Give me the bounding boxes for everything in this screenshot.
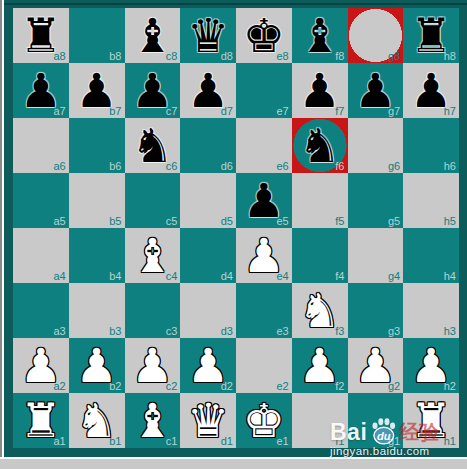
square-h8[interactable]: ♜h8 [403,8,459,63]
square-d4[interactable]: d4 [180,228,236,283]
square-a3[interactable]: a3 [13,283,69,338]
piece-black-knight[interactable]: ♞ [125,118,181,173]
piece-white-rook[interactable]: ♜ [13,393,69,448]
square-a6[interactable]: a6 [13,118,69,173]
piece-black-pawn[interactable]: ♟ [292,63,348,118]
square-a7[interactable]: ♟a7 [13,63,69,118]
square-label: g4 [388,269,400,283]
square-label: g3 [388,324,400,338]
square-f7[interactable]: ♟f7 [292,63,348,118]
square-e3[interactable]: e3 [236,283,292,338]
square-b6[interactable]: b6 [69,118,125,173]
piece-black-pawn[interactable]: ♟ [13,63,69,118]
square-a2[interactable]: ♟a2 [13,338,69,393]
square-e6[interactable]: e6 [236,118,292,173]
square-d7[interactable]: ♟d7 [180,63,236,118]
piece-black-knight[interactable]: ♞ [292,118,348,173]
square-label: d3 [221,324,233,338]
piece-white-knight[interactable]: ♞ [69,393,125,448]
square-f8[interactable]: ♝f8 [292,8,348,63]
piece-black-pawn[interactable]: ♟ [180,63,236,118]
square-label: b8 [109,49,121,63]
square-d1[interactable]: ♛d1 [180,393,236,448]
square-label: g8 [388,49,400,63]
square-label: a3 [54,324,66,338]
chess-app-window: ♜a8b8♝c8♛d8♚e8♝f8g8♜h8♟a7♟b7♟c7♟d7e7♟f7♟… [0,0,467,469]
square-label: d4 [221,269,233,283]
piece-white-pawn[interactable]: ♟ [69,338,125,393]
square-b5[interactable]: b5 [69,173,125,228]
square-label: c5 [166,214,178,228]
square-label: b4 [109,269,121,283]
piece-white-pawn[interactable]: ♟ [403,338,459,393]
square-f4[interactable]: f4 [292,228,348,283]
square-c1[interactable]: ♝c1 [125,393,181,448]
square-g5[interactable]: g5 [348,173,404,228]
square-label: g6 [388,159,400,173]
square-label: h4 [444,269,456,283]
square-label: a5 [54,214,66,228]
square-label: d6 [221,159,233,173]
square-g2[interactable]: ♟g2 [348,338,404,393]
piece-white-bishop[interactable]: ♝ [125,228,181,283]
square-d2[interactable]: ♟d2 [180,338,236,393]
piece-white-rook[interactable]: ♜ [403,393,459,448]
square-f2[interactable]: ♟f2 [292,338,348,393]
piece-white-knight[interactable]: ♞ [292,283,348,338]
square-c3[interactable]: c3 [125,283,181,338]
square-c7[interactable]: ♟c7 [125,63,181,118]
square-label: e7 [277,104,289,118]
square-c6[interactable]: ♞c6 [125,118,181,173]
piece-white-pawn[interactable]: ♟ [236,228,292,283]
square-c5[interactable]: c5 [125,173,181,228]
square-label: f4 [335,269,344,283]
piece-black-bishop[interactable]: ♝ [125,8,181,63]
square-label: c3 [166,324,178,338]
square-g6[interactable]: g6 [348,118,404,173]
square-label: e6 [277,159,289,173]
square-b2[interactable]: ♟b2 [69,338,125,393]
piece-white-bishop[interactable]: ♝ [125,393,181,448]
square-h2[interactable]: ♟h2 [403,338,459,393]
square-h6[interactable]: h6 [403,118,459,173]
piece-white-king[interactable]: ♚ [236,393,292,448]
square-h4[interactable]: h4 [403,228,459,283]
square-e2[interactable]: e2 [236,338,292,393]
square-a1[interactable]: ♜a1 [13,393,69,448]
window-edge-left-white [2,0,4,457]
square-label: a6 [54,159,66,173]
square-b7[interactable]: ♟b7 [69,63,125,118]
square-b1[interactable]: ♞b1 [69,393,125,448]
square-g1[interactable]: g1 [348,393,404,448]
square-c8[interactable]: ♝c8 [125,8,181,63]
square-label: g1 [388,434,400,448]
square-label: e3 [277,324,289,338]
square-e7[interactable]: e7 [236,63,292,118]
piece-black-king[interactable]: ♚ [236,8,292,63]
square-b3[interactable]: b3 [69,283,125,338]
chess-board: ♜a8b8♝c8♛d8♚e8♝f8g8♜h8♟a7♟b7♟c7♟d7e7♟f7♟… [13,8,459,448]
square-b4[interactable]: b4 [69,228,125,283]
square-d3[interactable]: d3 [180,283,236,338]
square-h1[interactable]: ♜h1 [403,393,459,448]
square-label: h3 [444,324,456,338]
piece-white-pawn[interactable]: ♟ [180,338,236,393]
square-f1[interactable]: f1 [292,393,348,448]
square-b8[interactable]: b8 [69,8,125,63]
piece-black-pawn[interactable]: ♟ [348,63,404,118]
square-label: e2 [277,379,289,393]
piece-black-rook[interactable]: ♜ [13,8,69,63]
square-a8[interactable]: ♜a8 [13,8,69,63]
piece-black-pawn[interactable]: ♟ [403,63,459,118]
square-label: h5 [444,214,456,228]
square-c4[interactable]: ♝c4 [125,228,181,283]
board-frame: ♜a8b8♝c8♛d8♚e8♝f8g8♜h8♟a7♟b7♟c7♟d7e7♟f7♟… [4,0,467,457]
square-a4[interactable]: a4 [13,228,69,283]
piece-white-pawn[interactable]: ♟ [348,338,404,393]
square-h7[interactable]: ♟h7 [403,63,459,118]
square-label: f5 [335,214,344,228]
square-label: b3 [109,324,121,338]
piece-white-queen[interactable]: ♛ [180,393,236,448]
square-d5[interactable]: d5 [180,173,236,228]
piece-black-pawn[interactable]: ♟ [125,63,181,118]
piece-white-pawn[interactable]: ♟ [292,338,348,393]
square-d8[interactable]: ♛d8 [180,8,236,63]
square-label: h6 [444,159,456,173]
square-e4[interactable]: ♟e4 [236,228,292,283]
square-f3[interactable]: ♞f3 [292,283,348,338]
square-e5[interactable]: ♟e5 [236,173,292,228]
square-f6[interactable]: ♞f6 [292,118,348,173]
piece-black-pawn[interactable]: ♟ [69,63,125,118]
square-g4[interactable]: g4 [348,228,404,283]
square-e8[interactable]: ♚e8 [236,8,292,63]
square-label: f1 [335,434,344,448]
square-h5[interactable]: h5 [403,173,459,228]
square-h3[interactable]: h3 [403,283,459,338]
piece-white-pawn[interactable]: ♟ [13,338,69,393]
square-a5[interactable]: a5 [13,173,69,228]
piece-black-bishop[interactable]: ♝ [292,8,348,63]
square-label: a4 [54,269,66,283]
square-g8[interactable]: g8 [348,8,404,63]
piece-black-queen[interactable]: ♛ [180,8,236,63]
square-e1[interactable]: ♚e1 [236,393,292,448]
square-f5[interactable]: f5 [292,173,348,228]
square-c2[interactable]: ♟c2 [125,338,181,393]
square-g3[interactable]: g3 [348,283,404,338]
window-bottom-strip [0,457,467,469]
square-label: b5 [109,214,121,228]
piece-black-rook[interactable]: ♜ [403,8,459,63]
square-g7[interactable]: ♟g7 [348,63,404,118]
piece-black-pawn[interactable]: ♟ [236,173,292,228]
square-label: b6 [109,159,121,173]
square-label: d5 [221,214,233,228]
square-label: g5 [388,214,400,228]
square-d6[interactable]: d6 [180,118,236,173]
piece-white-pawn[interactable]: ♟ [125,338,181,393]
